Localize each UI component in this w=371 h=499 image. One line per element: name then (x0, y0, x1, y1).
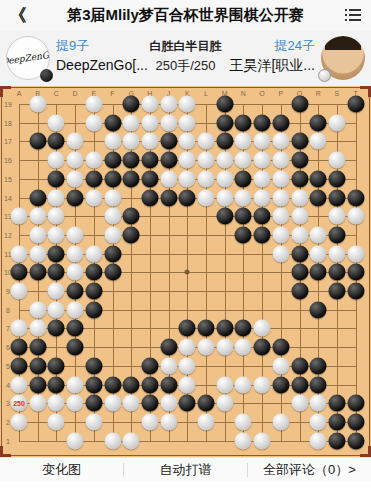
stone-white (85, 152, 102, 169)
stone-black (291, 245, 308, 262)
stone-white (123, 133, 140, 150)
stone-white (48, 301, 65, 318)
row-label: 2 (6, 418, 10, 425)
stone-black (272, 376, 289, 393)
stone-white (67, 395, 84, 412)
stone-black (272, 114, 289, 131)
stone-black (254, 208, 271, 225)
stone-black (123, 152, 140, 169)
stone-white (104, 208, 121, 225)
stone-white (48, 283, 65, 300)
row-label: 8 (6, 306, 10, 313)
stone-white (198, 413, 215, 430)
stone-black (104, 245, 121, 262)
row-label: 19 (4, 101, 12, 108)
star-point (185, 270, 190, 275)
menu-bar-2 (345, 14, 361, 16)
stone-black (179, 189, 196, 206)
stone-black (104, 114, 121, 131)
stone-white (85, 413, 102, 430)
stone-white (198, 170, 215, 187)
stone-black (85, 170, 102, 187)
grid-line (19, 422, 356, 423)
stone-black (310, 357, 327, 374)
stone-black (11, 264, 28, 281)
row-label: 15 (4, 175, 12, 182)
row-label: 4 (6, 381, 10, 388)
stone-black (254, 226, 271, 243)
stone-black (11, 357, 28, 374)
stone-white (123, 114, 140, 131)
stone-black (328, 395, 345, 412)
stone-white (310, 133, 327, 150)
stone-white (216, 170, 233, 187)
stone-black (141, 189, 158, 206)
stone-white (272, 189, 289, 206)
stone-black (347, 395, 364, 412)
menu-icon[interactable] (335, 9, 371, 21)
stone-black (216, 114, 233, 131)
stone-white (198, 133, 215, 150)
stone-white (11, 245, 28, 262)
stone-white (67, 133, 84, 150)
stone-black (141, 376, 158, 393)
stone-white (29, 226, 46, 243)
column-label: A (17, 90, 22, 97)
stone-white (198, 189, 215, 206)
stone-white (179, 376, 196, 393)
auto-replay-button[interactable]: 自动打谱 (124, 461, 247, 479)
stone-white (48, 413, 65, 430)
stone-white (48, 114, 65, 131)
variation-diagram-button[interactable]: 变化图 (0, 461, 123, 479)
stone-black (310, 189, 327, 206)
stone-white (235, 376, 252, 393)
stone-white (11, 376, 28, 393)
stone-black (123, 170, 140, 187)
stone-white (235, 339, 252, 356)
stone-white (272, 208, 289, 225)
stone-white (11, 208, 28, 225)
stone-white (29, 301, 46, 318)
stone-black (347, 283, 364, 300)
stone-black (310, 170, 327, 187)
stone-white (328, 114, 345, 131)
stone-black (328, 413, 345, 430)
row-label: 7 (6, 325, 10, 332)
menu-bar-3 (345, 19, 361, 21)
stone-black (48, 133, 65, 150)
stone-white (347, 245, 364, 262)
stone-white (11, 320, 28, 337)
stone-white (254, 189, 271, 206)
stone-white (310, 245, 327, 262)
stone-white (67, 301, 84, 318)
stone-white (216, 152, 233, 169)
stone-white (85, 245, 102, 262)
stone-white (254, 376, 271, 393)
stone-white (179, 152, 196, 169)
stone-black (67, 283, 84, 300)
stone-black (291, 96, 308, 113)
row-label: 1 (6, 437, 10, 444)
stone-black (347, 96, 364, 113)
stone-white (85, 189, 102, 206)
last-move-marker: 250 (13, 400, 25, 407)
stone-black (29, 133, 46, 150)
stone-black (216, 320, 233, 337)
stone-white (254, 170, 271, 187)
stone-black (160, 339, 177, 356)
stone-white (104, 432, 121, 449)
stone-white (216, 189, 233, 206)
stone-black (85, 301, 102, 318)
stone-white (67, 376, 84, 393)
stone-black (254, 114, 271, 131)
row-label: 14 (4, 194, 12, 201)
stone-black (85, 395, 102, 412)
stone-white (104, 226, 121, 243)
menu-bar-1 (345, 9, 361, 11)
stone-white (235, 152, 252, 169)
stone-white (216, 395, 233, 412)
stone-black (254, 339, 271, 356)
stone-black (29, 189, 46, 206)
stone-white (160, 96, 177, 113)
stone-white (29, 395, 46, 412)
stone-black (291, 357, 308, 374)
stone-white (67, 152, 84, 169)
stone-black (123, 208, 140, 225)
stone-black (48, 320, 65, 337)
stone-white (67, 264, 84, 281)
stone-white (235, 432, 252, 449)
stone-white (123, 395, 140, 412)
stone-black (347, 413, 364, 430)
column-label: N (241, 90, 246, 97)
stone-white (272, 170, 289, 187)
stone-black (291, 283, 308, 300)
stone-white (235, 133, 252, 150)
stone-black (85, 264, 102, 281)
stone-white (216, 339, 233, 356)
stone-black (123, 376, 140, 393)
column-label: P (278, 90, 283, 97)
stone-black (328, 189, 345, 206)
stone-black (141, 170, 158, 187)
stone-white (67, 245, 84, 262)
board-corner-bracket (0, 446, 11, 457)
stone-black (291, 152, 308, 169)
stone-black (67, 320, 84, 337)
stone-black (310, 264, 327, 281)
stone-white (310, 226, 327, 243)
stone-white (310, 432, 327, 449)
stone-white (310, 413, 327, 430)
footer-bar: 变化图 自动打谱 全部评论（0）> (0, 457, 371, 482)
stone-white (11, 413, 28, 430)
stone-black (310, 301, 327, 318)
all-comments-button[interactable]: 全部评论（0）> (248, 461, 371, 479)
back-button[interactable]: 《 (0, 4, 36, 27)
stone-white (272, 413, 289, 430)
stone-white (160, 413, 177, 430)
stone-white (291, 226, 308, 243)
row-label: 6 (6, 344, 10, 351)
stone-black (48, 170, 65, 187)
stone-black (291, 376, 308, 393)
stone-black (104, 170, 121, 187)
stone-black (328, 432, 345, 449)
stone-white (291, 189, 308, 206)
stone-black (216, 133, 233, 150)
column-label: L (204, 90, 208, 97)
row-label: 12 (4, 231, 12, 238)
stone-white (85, 96, 102, 113)
stone-black (11, 339, 28, 356)
stone-white (235, 413, 252, 430)
stone-black (235, 320, 252, 337)
stone-black (104, 376, 121, 393)
stone-black (160, 152, 177, 169)
stone-white (29, 208, 46, 225)
stone-black (123, 226, 140, 243)
stone-white (179, 96, 196, 113)
column-label: R (316, 90, 321, 97)
row-label: 18 (4, 119, 12, 126)
stone-black (235, 114, 252, 131)
stone-black (29, 357, 46, 374)
stone-white (123, 432, 140, 449)
stone-black (48, 264, 65, 281)
stone-white (48, 226, 65, 243)
header-bar: 《 第3届Mlily梦百合杯世界围棋公开赛 (0, 0, 371, 30)
stone-white (235, 189, 252, 206)
stone-black (29, 264, 46, 281)
stone-black (291, 133, 308, 150)
game-result-label: 白胜白半目胜 (0, 38, 371, 55)
stone-white (272, 133, 289, 150)
stone-black (235, 208, 252, 225)
stone-white (104, 395, 121, 412)
stone-white (48, 189, 65, 206)
stone-black (179, 320, 196, 337)
stone-white (328, 208, 345, 225)
stone-black (310, 114, 327, 131)
stone-black (235, 226, 252, 243)
stone-black (48, 357, 65, 374)
stone-white (272, 245, 289, 262)
stone-white (347, 208, 364, 225)
stone-black (328, 264, 345, 281)
stone-white (29, 96, 46, 113)
stone-black (141, 357, 158, 374)
go-board[interactable]: ABCDEFGHJKLMNOPQRST191817161514131211109… (0, 86, 371, 457)
stone-white (272, 226, 289, 243)
stone-black (48, 245, 65, 262)
stone-white (198, 339, 215, 356)
row-label: 9 (6, 288, 10, 295)
stone-white (141, 413, 158, 430)
stone-white (254, 133, 271, 150)
stone-black (291, 264, 308, 281)
page-title: 第3届Mlily梦百合杯世界围棋公开赛 (36, 6, 335, 25)
stone-black (216, 208, 233, 225)
stone-black (179, 395, 196, 412)
stone-white (179, 170, 196, 187)
stone-black (328, 283, 345, 300)
stone-white (48, 152, 65, 169)
column-label: O (259, 90, 264, 97)
stone-black (235, 170, 252, 187)
stone-black (85, 376, 102, 393)
column-label: D (73, 90, 78, 97)
stone-white (141, 133, 158, 150)
stone-black (123, 96, 140, 113)
row-label: 3 (6, 400, 10, 407)
stone-white (67, 432, 84, 449)
row-label: 16 (4, 157, 12, 164)
stone-black (85, 357, 102, 374)
white-captures-label: 提24子 (275, 37, 315, 55)
stone-black (347, 432, 364, 449)
stone-white (179, 339, 196, 356)
stone-black (67, 189, 84, 206)
white-stone-badge-icon (318, 69, 331, 82)
stone-white (160, 114, 177, 131)
stone-black (29, 339, 46, 356)
stone-white (141, 96, 158, 113)
stone-white (48, 395, 65, 412)
stone-white (291, 208, 308, 225)
stone-black (347, 264, 364, 281)
stone-black (141, 395, 158, 412)
stone-black (160, 133, 177, 150)
stone-white (254, 152, 271, 169)
stone-black (328, 226, 345, 243)
stone-black (160, 376, 177, 393)
stone-white (328, 152, 345, 169)
stone-white (67, 170, 84, 187)
stone-white (160, 170, 177, 187)
stone-black (104, 152, 121, 169)
stone-black (141, 152, 158, 169)
stone-white (29, 245, 46, 262)
stone-white (85, 114, 102, 131)
stone-white (272, 357, 289, 374)
board-corner-bracket (360, 86, 371, 97)
stone-white (254, 320, 271, 337)
stone-black (328, 170, 345, 187)
stone-white (328, 245, 345, 262)
stone-white (11, 283, 28, 300)
column-label: F (110, 90, 114, 97)
stone-white (104, 189, 121, 206)
stone-white (141, 114, 158, 131)
stone-white (310, 395, 327, 412)
stone-black (160, 189, 177, 206)
move-counter-label: 250手/250 (0, 57, 371, 75)
stone-black (67, 339, 84, 356)
board-corner-bracket (360, 446, 371, 457)
stone-white (216, 376, 233, 393)
stone-black (310, 376, 327, 393)
stone-white (29, 320, 46, 337)
row-label: 17 (4, 138, 12, 145)
stone-white (67, 226, 84, 243)
stone-black (29, 376, 46, 393)
stone-black (198, 320, 215, 337)
stone-black (48, 376, 65, 393)
stone-black (347, 189, 364, 206)
stone-white (179, 114, 196, 131)
stone-white (179, 133, 196, 150)
stone-white (160, 357, 177, 374)
stone-white (272, 152, 289, 169)
column-label: S (335, 90, 340, 97)
stone-white (48, 208, 65, 225)
stone-black (272, 339, 289, 356)
stone-black (104, 264, 121, 281)
stone-white (198, 152, 215, 169)
stone-white (104, 133, 121, 150)
stone-black (198, 395, 215, 412)
stone-black (291, 170, 308, 187)
column-label: C (54, 90, 59, 97)
player-info-bar: DeepZenGo 提9子 DeepZenGo[... 白胜白半目胜 250手/… (0, 30, 371, 86)
app-window: 《 第3届Mlily梦百合杯世界围棋公开赛 DeepZenGo 提9子 Deep… (0, 0, 371, 499)
stone-white (291, 395, 308, 412)
stone-white (179, 357, 196, 374)
board-corner-bracket (0, 86, 11, 97)
stone-black (216, 96, 233, 113)
stone-white (160, 395, 177, 412)
row-label: 5 (6, 362, 10, 369)
stone-white (254, 432, 271, 449)
stone-black (85, 283, 102, 300)
white-player-name: 王昊洋[职业... (229, 57, 315, 75)
